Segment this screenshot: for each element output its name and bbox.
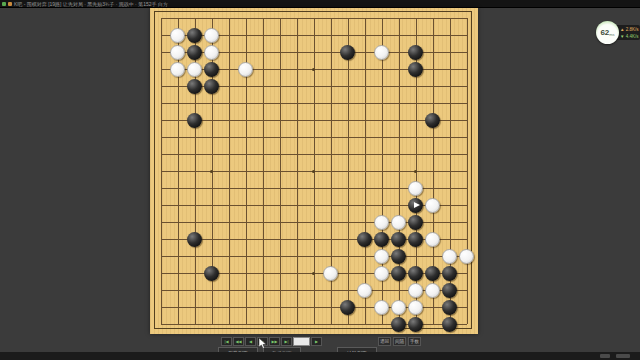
nav-button[interactable]: |◀ xyxy=(221,337,232,346)
desktop: K吧 - 围棋对弈 [19路] 让先对局 · 黑先贴3¾子 · 观战中 · 第1… xyxy=(0,0,640,360)
grid-line-v xyxy=(365,18,366,324)
step-toolbar: 退回间隔手数 xyxy=(378,337,421,346)
hoshi-point xyxy=(312,272,315,275)
white-stone xyxy=(187,62,202,77)
white-stone xyxy=(323,266,338,281)
white-stone xyxy=(238,62,253,77)
black-stone xyxy=(408,45,423,60)
step-button[interactable]: 手数 xyxy=(408,337,421,346)
black-stone xyxy=(187,28,202,43)
black-stone xyxy=(187,113,202,128)
black-stone xyxy=(408,266,423,281)
app-icon xyxy=(2,2,6,6)
white-stone xyxy=(374,266,389,281)
taskbar[interactable] xyxy=(0,352,640,360)
white-stone xyxy=(408,283,423,298)
white-stone xyxy=(374,45,389,60)
black-stone xyxy=(357,232,372,247)
black-stone xyxy=(391,317,406,332)
grid-line-h xyxy=(161,256,468,257)
black-stone xyxy=(391,232,406,247)
black-stone xyxy=(425,266,440,281)
black-stone xyxy=(187,232,202,247)
black-stone xyxy=(408,62,423,77)
move-number-box[interactable] xyxy=(293,337,310,346)
black-stone xyxy=(204,79,219,94)
black-stone xyxy=(408,215,423,230)
nav-button[interactable]: ▶ xyxy=(311,337,322,346)
black-stone xyxy=(204,266,219,281)
hoshi-point xyxy=(210,170,213,173)
grid-line-v xyxy=(348,18,349,324)
white-stone xyxy=(374,300,389,315)
go-board[interactable] xyxy=(150,8,478,334)
hoshi-point xyxy=(312,68,315,71)
black-stone xyxy=(391,266,406,281)
black-stone xyxy=(187,79,202,94)
white-stone xyxy=(170,45,185,60)
white-stone xyxy=(425,232,440,247)
hoshi-point xyxy=(312,170,315,173)
ping-badge[interactable]: 62 ms xyxy=(596,21,619,44)
status-icon xyxy=(8,2,12,6)
black-stone xyxy=(340,45,355,60)
upload-speed: ▲ 2.8K/s xyxy=(620,26,640,33)
white-stone xyxy=(408,181,423,196)
white-stone xyxy=(425,283,440,298)
step-button[interactable]: 间隔 xyxy=(393,337,406,346)
black-stone xyxy=(391,249,406,264)
white-stone xyxy=(170,28,185,43)
white-stone xyxy=(425,198,440,213)
white-stone xyxy=(408,300,423,315)
white-stone xyxy=(374,215,389,230)
white-stone xyxy=(374,249,389,264)
window-title: K吧 - 围棋对弈 [19路] 让先对局 · 黑先贴3¾子 · 观战中 · 第1… xyxy=(14,1,168,7)
black-stone xyxy=(187,45,202,60)
nav-button[interactable]: ▶| xyxy=(281,337,292,346)
black-stone xyxy=(442,300,457,315)
black-stone xyxy=(425,113,440,128)
download-speed: ▼ 4.4K/s xyxy=(620,33,640,40)
white-stone xyxy=(391,215,406,230)
nav-button[interactable]: ◀◀ xyxy=(233,337,244,346)
ping-unit: ms xyxy=(609,32,614,37)
nav-button[interactable]: ◀ xyxy=(245,337,256,346)
white-stone xyxy=(357,283,372,298)
white-stone xyxy=(442,249,457,264)
tray-item[interactable] xyxy=(600,354,610,358)
last-move-marker xyxy=(414,202,420,208)
black-stone xyxy=(442,317,457,332)
white-stone xyxy=(391,300,406,315)
black-stone xyxy=(408,317,423,332)
black-stone xyxy=(204,62,219,77)
black-stone xyxy=(408,232,423,247)
white-stone xyxy=(204,45,219,60)
step-button[interactable]: 退回 xyxy=(378,337,391,346)
tray-clock[interactable] xyxy=(616,354,630,358)
grid-line-v xyxy=(467,18,468,324)
window-titlebar[interactable]: K吧 - 围棋对弈 [19路] 让先对局 · 黑先贴3¾子 · 观战中 · 第1… xyxy=(0,0,640,8)
mouse-cursor xyxy=(259,338,267,349)
black-stone xyxy=(340,300,355,315)
ping-value: 62 xyxy=(600,28,609,37)
hoshi-point xyxy=(414,170,417,173)
white-stone xyxy=(204,28,219,43)
move-nav-toolbar: |◀◀◀◀▶▶▶▶|▶ xyxy=(221,337,322,346)
white-stone xyxy=(459,249,474,264)
white-stone xyxy=(170,62,185,77)
black-stone xyxy=(374,232,389,247)
black-stone xyxy=(442,283,457,298)
black-stone xyxy=(442,266,457,281)
nav-button[interactable]: ▶▶ xyxy=(269,337,280,346)
